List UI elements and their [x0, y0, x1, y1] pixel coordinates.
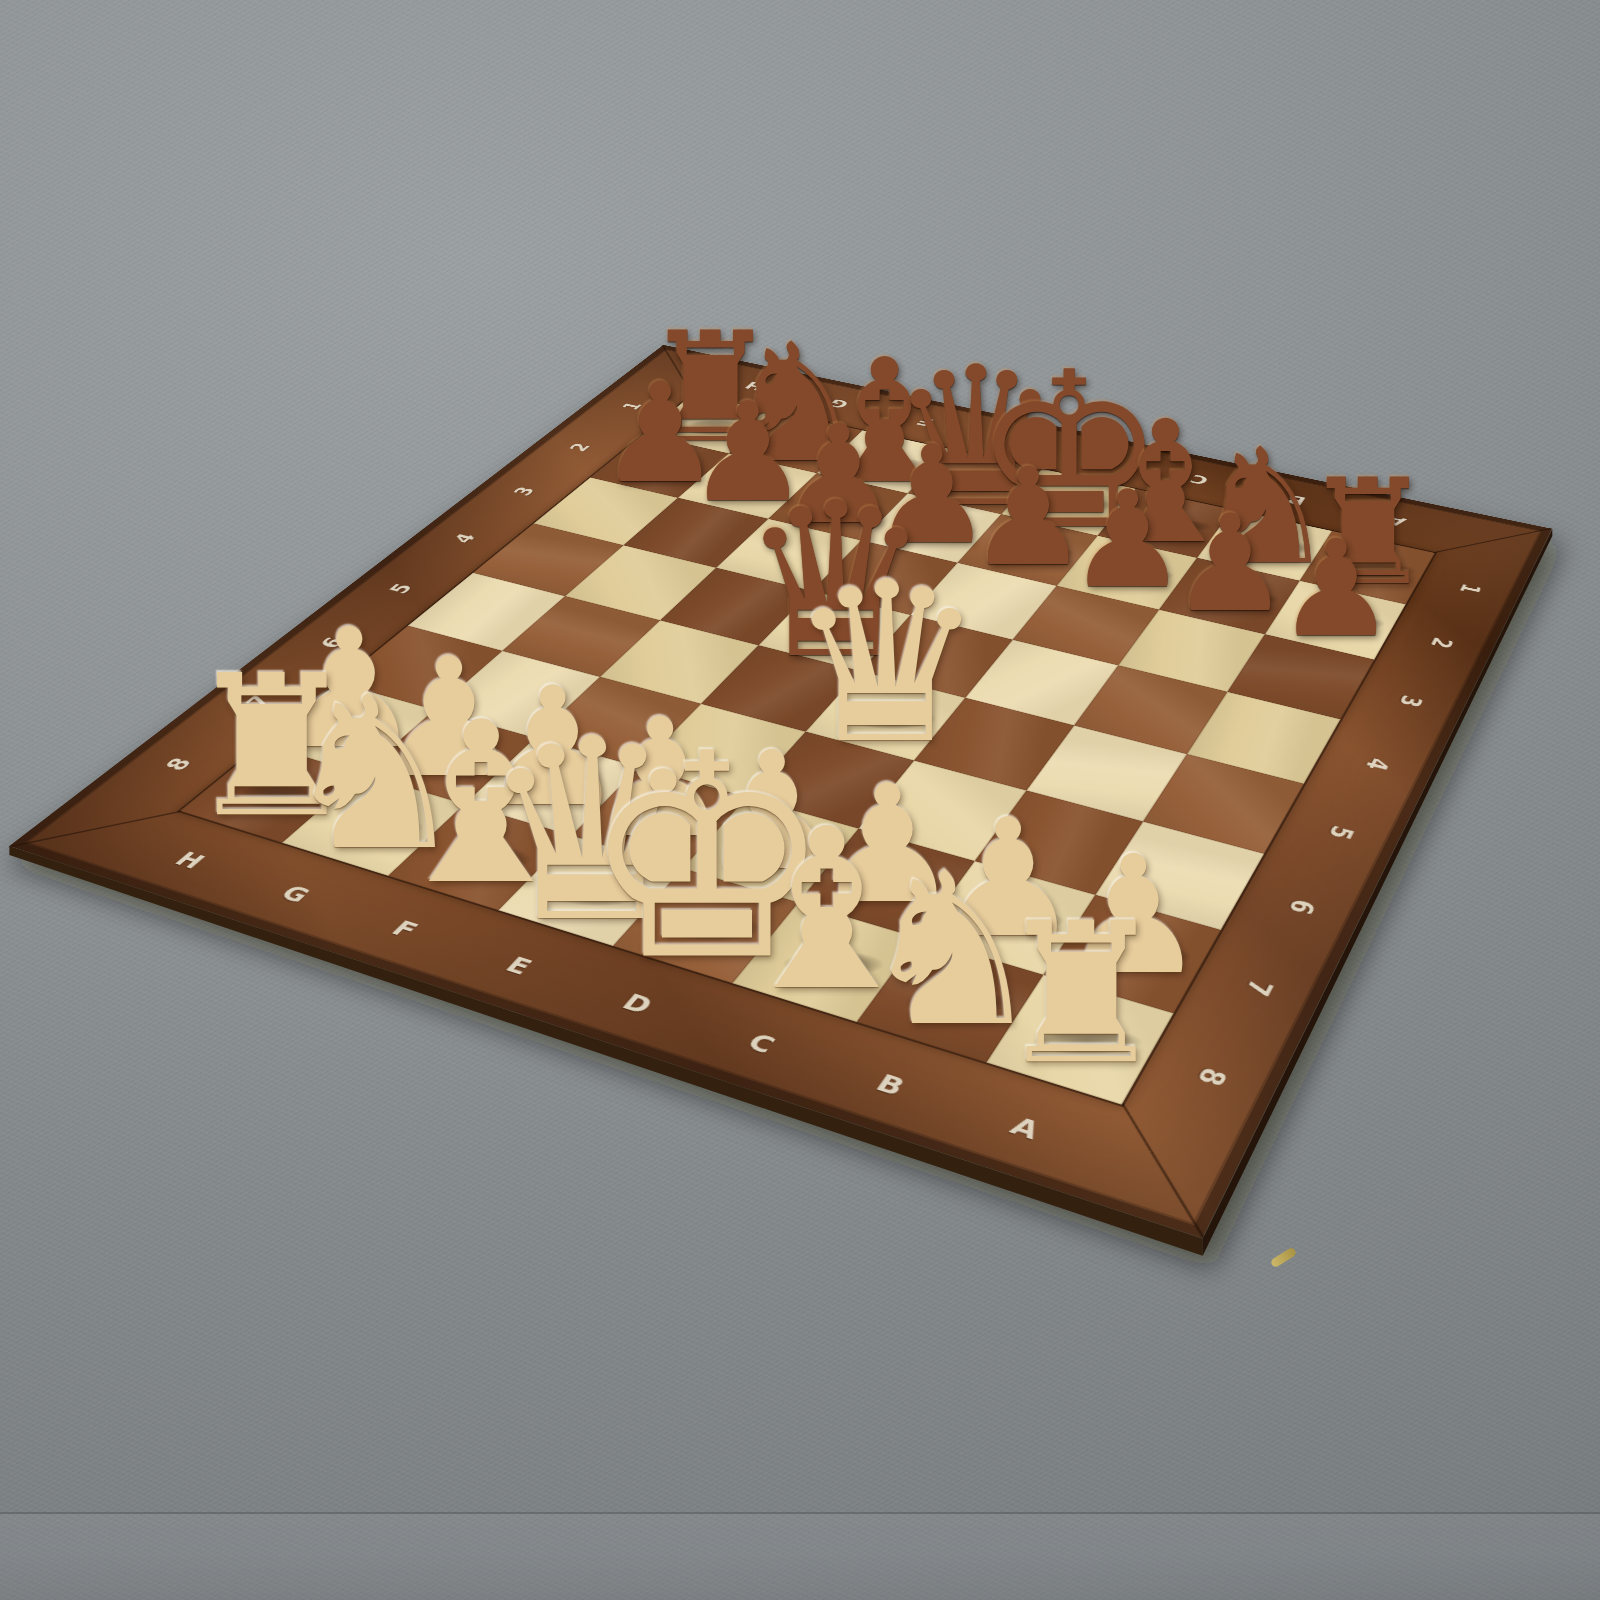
piece-black-pawn-a2[interactable]: ♟	[1276, 522, 1395, 655]
rank-label-right-8: 8	[1190, 1064, 1235, 1091]
rank-label-left-3: 3	[509, 485, 541, 498]
piece-white-rook-a8[interactable]: ♜	[994, 896, 1168, 1090]
piece-black-pawn-b2[interactable]: ♟	[1170, 498, 1290, 632]
rank-label-right-5: 5	[1322, 823, 1361, 843]
file-label-near-B: B	[870, 1069, 911, 1101]
photo-stage: HGFEDCBAHGFEDCBA1234567812345678 ♜♞♝♚♛♝♞…	[0, 0, 1600, 1600]
file-label-near-A: A	[1005, 1111, 1046, 1145]
frame-mitre-seam	[1433, 528, 1552, 553]
rank-label-left-2: 2	[565, 441, 596, 453]
rank-label-right-7: 7	[1238, 976, 1281, 1000]
rank-label-right-3: 3	[1393, 693, 1429, 710]
rank-label-right-4: 4	[1359, 755, 1396, 774]
rank-label-right-1: 1	[1454, 582, 1487, 597]
rank-label-right-2: 2	[1425, 635, 1459, 651]
rank-label-right-6: 6	[1282, 896, 1323, 918]
rank-label-left-4: 4	[449, 531, 483, 545]
